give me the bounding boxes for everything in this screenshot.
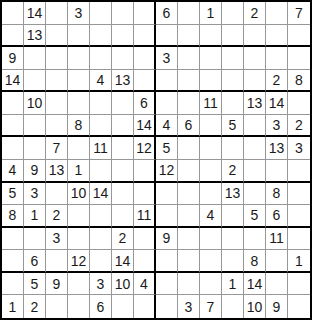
cell-r4c1-given: 14	[2, 70, 24, 93]
cell-r4c4-empty[interactable]	[68, 70, 90, 93]
cell-r13c4-empty[interactable]	[68, 273, 90, 296]
cell-r5c1-empty[interactable]	[2, 92, 24, 115]
cell-r1c8-given: 6	[156, 2, 178, 25]
cell-r6c14-given: 2	[288, 115, 310, 138]
cell-r4c10-empty[interactable]	[200, 70, 222, 93]
cell-r9c13-given: 8	[266, 183, 288, 206]
cell-r7c14-given: 3	[288, 137, 310, 160]
cell-r3c9-empty[interactable]	[178, 47, 200, 70]
cell-r5c7-given: 6	[134, 92, 156, 115]
cell-r9c11-given: 13	[222, 183, 244, 206]
cell-r10c11-empty[interactable]	[222, 205, 244, 228]
cell-r1c9-empty[interactable]	[178, 2, 200, 25]
cell-r5c3-empty[interactable]	[46, 92, 68, 115]
cell-r4c6-given: 13	[112, 70, 134, 93]
cell-r12c13-empty[interactable]	[266, 250, 288, 273]
cell-r12c3-empty[interactable]	[46, 250, 68, 273]
cell-r4c5-given: 4	[90, 70, 112, 93]
cell-r10c9-empty[interactable]	[178, 205, 200, 228]
cell-r7c12-empty[interactable]	[244, 137, 266, 160]
cell-r2c14-empty[interactable]	[288, 25, 310, 48]
cell-r11c10-empty[interactable]	[200, 228, 222, 251]
cell-r11c6-given: 2	[112, 228, 134, 251]
cell-r11c7-empty[interactable]	[134, 228, 156, 251]
cell-r5c12-given: 13	[244, 92, 266, 115]
cell-r2c1-empty[interactable]	[2, 25, 24, 48]
cell-r1c5-empty[interactable]	[90, 2, 112, 25]
cell-r3c7-empty[interactable]	[134, 47, 156, 70]
cell-r1c14-given: 7	[288, 2, 310, 25]
cell-r6c8-given: 4	[156, 115, 178, 138]
cell-r12c5-empty[interactable]	[90, 250, 112, 273]
cell-r4c7-empty[interactable]	[134, 70, 156, 93]
cell-r8c5-empty[interactable]	[90, 160, 112, 183]
cell-r13c7-given: 4	[134, 273, 156, 296]
cell-r8c10-empty[interactable]	[200, 160, 222, 183]
cell-r10c10-given: 4	[200, 205, 222, 228]
cell-r14c12-given: 10	[244, 295, 266, 318]
cell-r9c7-empty[interactable]	[134, 183, 156, 206]
cell-r14c9-given: 3	[178, 295, 200, 318]
cell-r11c14-empty[interactable]	[288, 228, 310, 251]
cell-r4c3-empty[interactable]	[46, 70, 68, 93]
cell-r5c11-empty[interactable]	[222, 92, 244, 115]
cell-r12c2-given: 6	[24, 250, 46, 273]
cell-r10c13-given: 6	[266, 205, 288, 228]
cell-r6c5-empty[interactable]	[90, 115, 112, 138]
cell-r7c4-empty[interactable]	[68, 137, 90, 160]
cell-r10c5-empty[interactable]	[90, 205, 112, 228]
cell-r4c11-empty[interactable]	[222, 70, 244, 93]
cell-r10c14-empty[interactable]	[288, 205, 310, 228]
cell-r1c6-empty[interactable]	[112, 2, 134, 25]
cell-r11c12-empty[interactable]	[244, 228, 266, 251]
cell-r10c6-empty[interactable]	[112, 205, 134, 228]
cell-r2c2-given: 13	[24, 25, 46, 48]
cell-r6c13-given: 3	[266, 115, 288, 138]
cell-r11c3-given: 3	[46, 228, 68, 251]
cell-r1c1-empty[interactable]	[2, 2, 24, 25]
cell-r7c9-empty[interactable]	[178, 137, 200, 160]
cell-r3c2-empty[interactable]	[24, 47, 46, 70]
cell-r11c4-empty[interactable]	[68, 228, 90, 251]
cell-r11c2-empty[interactable]	[24, 228, 46, 251]
cell-r11c1-empty[interactable]	[2, 228, 24, 251]
cell-r1c2-given: 14	[24, 2, 46, 25]
cell-r1c12-given: 2	[244, 2, 266, 25]
cell-r13c9-empty[interactable]	[178, 273, 200, 296]
cell-r14c14-empty[interactable]	[288, 295, 310, 318]
cell-r11c8-given: 9	[156, 228, 178, 251]
cell-r9c12-empty[interactable]	[244, 183, 266, 206]
cell-r3c13-empty[interactable]	[266, 47, 288, 70]
cell-r13c1-empty[interactable]	[2, 273, 24, 296]
cell-r12c8-empty[interactable]	[156, 250, 178, 273]
cell-r7c10-empty[interactable]	[200, 137, 222, 160]
cell-r12c9-empty[interactable]	[178, 250, 200, 273]
cell-r2c9-empty[interactable]	[178, 25, 200, 48]
cell-r5c8-empty[interactable]	[156, 92, 178, 115]
cell-r3c4-empty[interactable]	[68, 47, 90, 70]
cell-r12c7-empty[interactable]	[134, 250, 156, 273]
cell-r8c2-given: 9	[24, 160, 46, 183]
sudoku-puzzle: 1436127139314413281061113148144653271112…	[0, 0, 312, 320]
cell-r9c14-empty[interactable]	[288, 183, 310, 206]
cell-r13c8-empty[interactable]	[156, 273, 178, 296]
cell-r10c2-given: 1	[24, 205, 46, 228]
cell-r9c1-given: 5	[2, 183, 24, 206]
cell-r5c9-empty[interactable]	[178, 92, 200, 115]
cell-r7c13-given: 13	[266, 137, 288, 160]
cell-r5c2-given: 10	[24, 92, 46, 115]
cell-r12c10-empty[interactable]	[200, 250, 222, 273]
cell-r3c11-empty[interactable]	[222, 47, 244, 70]
cell-r13c13-empty[interactable]	[266, 273, 288, 296]
cell-r2c5-empty[interactable]	[90, 25, 112, 48]
cell-r10c7-given: 11	[134, 205, 156, 228]
cell-r6c4-given: 8	[68, 115, 90, 138]
cell-r8c3-given: 13	[46, 160, 68, 183]
cell-r9c9-empty[interactable]	[178, 183, 200, 206]
cell-r6c3-empty[interactable]	[46, 115, 68, 138]
cell-r7c6-empty[interactable]	[112, 137, 134, 160]
cell-r3c10-empty[interactable]	[200, 47, 222, 70]
cell-r14c1-given: 1	[2, 295, 24, 318]
cell-r8c8-given: 12	[156, 160, 178, 183]
cell-r9c6-empty[interactable]	[112, 183, 134, 206]
cell-r9c3-empty[interactable]	[46, 183, 68, 206]
cell-r2c3-empty[interactable]	[46, 25, 68, 48]
cell-r14c2-given: 2	[24, 295, 46, 318]
cell-r3c8-given: 3	[156, 47, 178, 70]
cell-r2c8-empty[interactable]	[156, 25, 178, 48]
cell-r5c4-empty[interactable]	[68, 92, 90, 115]
cell-r4c13-given: 2	[266, 70, 288, 93]
cell-r8c13-empty[interactable]	[266, 160, 288, 183]
cell-r10c3-given: 2	[46, 205, 68, 228]
cell-r13c2-given: 5	[24, 273, 46, 296]
cell-r8c9-empty[interactable]	[178, 160, 200, 183]
cell-r2c12-empty[interactable]	[244, 25, 266, 48]
cell-r14c10-given: 7	[200, 295, 222, 318]
cell-r5c10-given: 11	[200, 92, 222, 115]
cell-r5c14-empty[interactable]	[288, 92, 310, 115]
cell-r2c11-empty[interactable]	[222, 25, 244, 48]
cell-r1c10-given: 1	[200, 2, 222, 25]
cell-r13c12-given: 14	[244, 273, 266, 296]
cell-r7c3-given: 7	[46, 137, 68, 160]
cell-r7c8-given: 5	[156, 137, 178, 160]
cell-r14c6-empty[interactable]	[112, 295, 134, 318]
cell-r9c5-given: 14	[90, 183, 112, 206]
cell-r8c12-empty[interactable]	[244, 160, 266, 183]
cell-r11c5-empty[interactable]	[90, 228, 112, 251]
cell-r2c7-empty[interactable]	[134, 25, 156, 48]
cell-r5c6-empty[interactable]	[112, 92, 134, 115]
cell-r5c13-given: 14	[266, 92, 288, 115]
cell-r2c13-empty[interactable]	[266, 25, 288, 48]
cell-r14c4-empty[interactable]	[68, 295, 90, 318]
cell-r3c14-empty[interactable]	[288, 47, 310, 70]
cell-r2c6-empty[interactable]	[112, 25, 134, 48]
cell-r8c6-empty[interactable]	[112, 160, 134, 183]
cell-r13c11-given: 1	[222, 273, 244, 296]
cell-r11c13-given: 11	[266, 228, 288, 251]
cell-r10c12-given: 5	[244, 205, 266, 228]
cell-r13c14-empty[interactable]	[288, 273, 310, 296]
cell-r13c5-given: 3	[90, 273, 112, 296]
cell-r4c2-empty[interactable]	[24, 70, 46, 93]
cell-r7c1-empty[interactable]	[2, 137, 24, 160]
cell-r4c8-empty[interactable]	[156, 70, 178, 93]
cell-r12c11-empty[interactable]	[222, 250, 244, 273]
cell-r8c7-empty[interactable]	[134, 160, 156, 183]
sudoku-board: 1436127139314413281061113148144653271112…	[0, 0, 312, 320]
cell-r5c5-empty[interactable]	[90, 92, 112, 115]
cell-r6c11-given: 5	[222, 115, 244, 138]
cell-r6c7-given: 14	[134, 115, 156, 138]
cell-r9c2-given: 3	[24, 183, 46, 206]
cell-r10c8-empty[interactable]	[156, 205, 178, 228]
cell-r6c2-empty[interactable]	[24, 115, 46, 138]
cell-r1c7-empty[interactable]	[134, 2, 156, 25]
cell-r14c5-given: 6	[90, 295, 112, 318]
cell-r9c10-empty[interactable]	[200, 183, 222, 206]
cell-r9c8-empty[interactable]	[156, 183, 178, 206]
cell-r6c1-empty[interactable]	[2, 115, 24, 138]
cell-r11c9-empty[interactable]	[178, 228, 200, 251]
cell-r3c5-empty[interactable]	[90, 47, 112, 70]
cell-r1c4-given: 3	[68, 2, 90, 25]
cell-r7c5-given: 11	[90, 137, 112, 160]
cell-r3c3-empty[interactable]	[46, 47, 68, 70]
cell-r12c4-given: 12	[68, 250, 90, 273]
cell-r1c3-empty[interactable]	[46, 2, 68, 25]
cell-r7c7-given: 12	[134, 137, 156, 160]
cell-r3c6-empty[interactable]	[112, 47, 134, 70]
cell-r6c10-empty[interactable]	[200, 115, 222, 138]
cell-r13c6-given: 10	[112, 273, 134, 296]
cell-r4c12-empty[interactable]	[244, 70, 266, 93]
cell-r6c6-empty[interactable]	[112, 115, 134, 138]
cell-r14c13-given: 9	[266, 295, 288, 318]
cell-r8c11-given: 2	[222, 160, 244, 183]
cell-r7c2-empty[interactable]	[24, 137, 46, 160]
cell-r13c3-given: 9	[46, 273, 68, 296]
cell-r14c8-empty[interactable]	[156, 295, 178, 318]
cell-r2c10-empty[interactable]	[200, 25, 222, 48]
cell-r10c1-given: 8	[2, 205, 24, 228]
cell-r4c14-given: 8	[288, 70, 310, 93]
cell-r3c1-given: 9	[2, 47, 24, 70]
cell-r6c12-empty[interactable]	[244, 115, 266, 138]
cell-r7c11-empty[interactable]	[222, 137, 244, 160]
cell-r12c12-given: 8	[244, 250, 266, 273]
cell-r1c11-empty[interactable]	[222, 2, 244, 25]
cell-r4c9-empty[interactable]	[178, 70, 200, 93]
cell-r8c4-given: 1	[68, 160, 90, 183]
cell-r14c7-empty[interactable]	[134, 295, 156, 318]
cell-r9c4-given: 10	[68, 183, 90, 206]
cell-r12c1-empty[interactable]	[2, 250, 24, 273]
cell-r8c14-empty[interactable]	[288, 160, 310, 183]
cell-r6c9-given: 6	[178, 115, 200, 138]
cell-r1c13-empty[interactable]	[266, 2, 288, 25]
cell-r8c1-given: 4	[2, 160, 24, 183]
cell-r14c11-empty[interactable]	[222, 295, 244, 318]
cell-r2c4-empty[interactable]	[68, 25, 90, 48]
cell-r3c12-empty[interactable]	[244, 47, 266, 70]
cell-r12c14-given: 1	[288, 250, 310, 273]
cell-r14c3-empty[interactable]	[46, 295, 68, 318]
cell-r11c11-empty[interactable]	[222, 228, 244, 251]
cell-r12c6-given: 14	[112, 250, 134, 273]
cell-r13c10-empty[interactable]	[200, 273, 222, 296]
cell-r10c4-empty[interactable]	[68, 205, 90, 228]
